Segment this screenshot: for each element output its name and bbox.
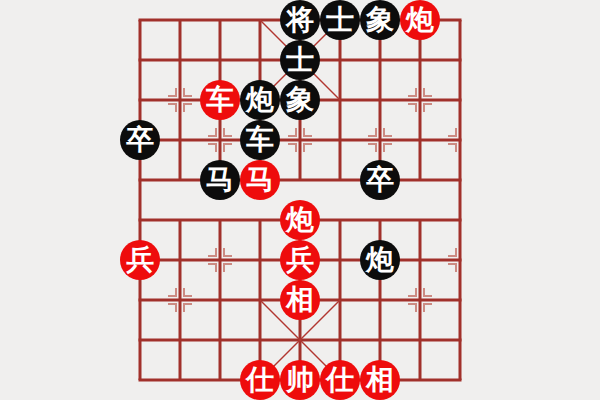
piece-black-horse[interactable]: 马 [200,160,240,200]
piece-black-elephant[interactable]: 象 [280,80,320,120]
piece-red-advisor[interactable]: 仕 [240,360,280,400]
piece-black-advisor[interactable]: 士 [280,40,320,80]
piece-red-soldier[interactable]: 兵 [120,240,160,280]
piece-red-advisor[interactable]: 仕 [320,360,360,400]
xiangqi-app: 将士象炮士车炮象卒车马马卒炮兵兵炮相仕帅仕相 [0,0,600,400]
piece-black-elephant[interactable]: 象 [360,0,400,40]
piece-red-soldier[interactable]: 兵 [280,240,320,280]
piece-black-cannon[interactable]: 炮 [240,80,280,120]
piece-red-cannon[interactable]: 炮 [280,200,320,240]
piece-red-general[interactable]: 帅 [280,360,320,400]
piece-black-advisor[interactable]: 士 [320,0,360,40]
piece-black-general[interactable]: 将 [280,0,320,40]
board[interactable]: 将士象炮士车炮象卒车马马卒炮兵兵炮相仕帅仕相 [120,0,480,400]
piece-black-cannon[interactable]: 炮 [360,240,400,280]
piece-red-elephant[interactable]: 相 [360,360,400,400]
piece-red-cannon[interactable]: 炮 [400,0,440,40]
piece-red-horse[interactable]: 马 [240,160,280,200]
piece-black-soldier[interactable]: 卒 [360,160,400,200]
piece-black-soldier[interactable]: 卒 [120,120,160,160]
piece-red-elephant[interactable]: 相 [280,280,320,320]
piece-black-chariot[interactable]: 车 [240,120,280,160]
piece-red-chariot[interactable]: 车 [200,80,240,120]
